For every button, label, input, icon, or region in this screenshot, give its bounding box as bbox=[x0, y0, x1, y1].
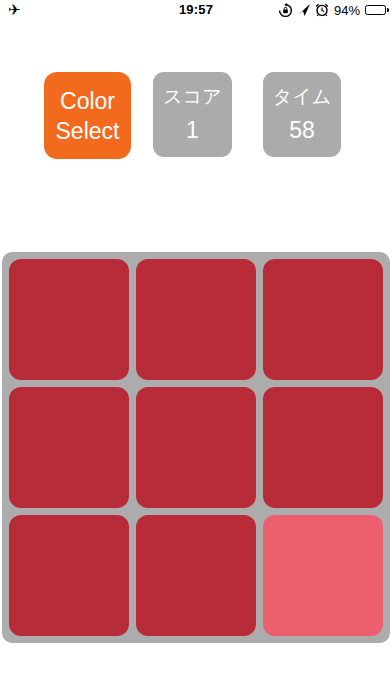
tile-r3c3[interactable] bbox=[263, 515, 383, 636]
tile-r1c1[interactable] bbox=[9, 259, 129, 380]
tile-r2c1[interactable] bbox=[9, 387, 129, 508]
tile-r3c1[interactable] bbox=[9, 515, 129, 636]
tile-r2c3[interactable] bbox=[263, 387, 383, 508]
tile-r1c2[interactable] bbox=[136, 259, 256, 380]
status-bar: ✈ 19:57 bbox=[0, 0, 392, 20]
tile-r3c2[interactable] bbox=[136, 515, 256, 636]
game-board bbox=[2, 252, 390, 643]
tile-r1c3[interactable] bbox=[263, 259, 383, 380]
status-bar-right: 94% bbox=[278, 0, 389, 20]
score-value: 1 bbox=[186, 118, 199, 142]
color-select-label-line2: Select bbox=[56, 116, 120, 146]
battery-percent: 94% bbox=[334, 3, 360, 18]
time-label: タイム bbox=[273, 87, 331, 107]
color-select-button[interactable]: Color Select bbox=[44, 72, 131, 159]
orientation-lock-icon bbox=[278, 3, 293, 18]
app-screen: ✈ 19:57 bbox=[0, 0, 392, 696]
alarm-icon bbox=[315, 3, 329, 17]
battery-icon bbox=[365, 5, 389, 15]
color-select-label-line1: Color bbox=[60, 86, 115, 116]
score-display: スコア 1 bbox=[153, 72, 232, 157]
time-value: 58 bbox=[289, 118, 315, 142]
location-arrow-icon bbox=[298, 4, 310, 16]
time-display: タイム 58 bbox=[263, 72, 341, 157]
score-label: スコア bbox=[163, 87, 221, 107]
tile-r2c2[interactable] bbox=[136, 387, 256, 508]
